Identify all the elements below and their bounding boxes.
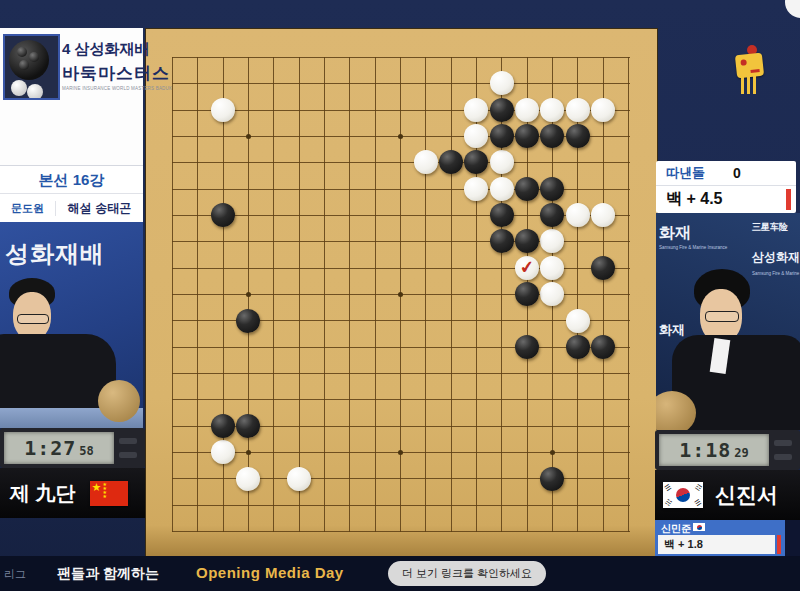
tournament-logo-card: 4 삼성화재배 바둑마스터스 MARINE INSURANCE WORLD MA… [0, 28, 143, 165]
score-row: 백 + 4.5 [656, 186, 796, 213]
stone-N17 [464, 98, 488, 122]
star-point [398, 134, 403, 139]
nameplate-left: 제 九단 ★ ★ ★ ★ ★ [0, 468, 145, 518]
star-point [398, 292, 403, 297]
go-bowls-photo [3, 34, 60, 100]
tournament-english-title: MARINE INSURANCE WORLD MASTERS BADUK [62, 86, 172, 91]
captures-value: 0 [733, 165, 741, 181]
korea-flag-icon: ☰ ☰ ☲ ☵ [663, 482, 703, 508]
stone-Q12 [540, 229, 564, 253]
stone-P14 [515, 177, 539, 201]
captures-label: 따낸돌 [666, 164, 705, 182]
league-text: 리그 [4, 567, 26, 582]
more-links-button[interactable]: 더 보기 링크를 확인하세요 [388, 561, 546, 586]
stone-C17 [211, 98, 235, 122]
sponsor-text: Samsung Fire & Marine Insurance [659, 245, 727, 250]
stone-S8 [591, 335, 615, 359]
player-left-glasses [17, 314, 49, 324]
star-point [550, 450, 555, 455]
stone-P11: ✔ [515, 256, 539, 280]
eval-source-name: 신민준 [661, 522, 691, 536]
taeguk-icon [676, 488, 690, 502]
stone-R9 [566, 309, 590, 333]
broadcast-frame: ✔ 4 삼성화재배 바둑마스터스 MARINE INSURANCE WORLD … [0, 0, 800, 591]
tournament-subtitle: 바둑마스터스 [62, 62, 170, 85]
stone-Q3 [540, 467, 564, 491]
stone-R13 [566, 203, 590, 227]
backdrop-banner-text: 성화재배 [5, 238, 105, 270]
stone-S11 [591, 256, 615, 280]
white-stone-icon [27, 84, 43, 100]
score-bar [786, 189, 791, 210]
stone-P8 [515, 335, 539, 359]
player-right-name: 신진서 [715, 481, 778, 509]
stone-O17 [490, 98, 514, 122]
star-point [246, 134, 251, 139]
wooden-bowl-icon [98, 380, 140, 422]
stone-O15 [490, 150, 514, 174]
clock-right-time: 1:18 [679, 438, 731, 462]
stone-M15 [439, 150, 463, 174]
stone-P16 [515, 124, 539, 148]
clock-right-display: 1:18 29 [659, 434, 769, 466]
stone-R17 [566, 98, 590, 122]
clock-button [119, 452, 137, 458]
stone-Q13 [540, 203, 564, 227]
lucky-charm-tassel-icon [741, 76, 759, 94]
stone-Q11 [540, 256, 564, 280]
stone-Q10 [540, 282, 564, 306]
stone-C13 [211, 203, 235, 227]
broadcaster-logo [785, 0, 800, 18]
commentator-name: 해설 송태곤 [56, 200, 143, 217]
star-point [246, 292, 251, 297]
stone-O13 [490, 203, 514, 227]
player-right-glasses [705, 311, 739, 322]
last-move-check-icon: ✔ [519, 258, 535, 277]
black-stone-bowl-icon [9, 40, 49, 80]
stone-O16 [490, 124, 514, 148]
lucky-charm-icon [735, 53, 764, 79]
bottom-ticker-bar: 리그 팬들과 함께하는 Opening Media Day 더 보기 링크를 확… [0, 556, 800, 591]
clock-left-time: 1:27 [24, 436, 76, 460]
stone-C4 [211, 440, 235, 464]
stone-O12 [490, 229, 514, 253]
eval-score-box: 백 + 1.8 [658, 535, 775, 554]
clock-right-seconds: 29 [734, 446, 748, 460]
stone-N15 [464, 150, 488, 174]
clock-button [119, 438, 137, 444]
player-camera-right: 화재 Samsung Fire & Marine Insurance 三星车险 … [656, 213, 800, 430]
eval-score-text: 백 + 1.8 [664, 537, 703, 552]
tournament-title: 4 삼성화재배 [62, 40, 150, 59]
clock-button [774, 440, 792, 446]
stone-N16 [464, 124, 488, 148]
sponsor-text: Samsung Fire & Marine Insurance [752, 271, 800, 276]
stone-D9 [236, 309, 260, 333]
stone-L15 [414, 150, 438, 174]
stone-C5 [211, 414, 235, 438]
stone-P10 [515, 282, 539, 306]
sponsor-text: 화재 [659, 321, 685, 339]
clock-button [774, 454, 792, 460]
game-clock-left: 1:27 58 [0, 428, 145, 468]
stone-P12 [515, 229, 539, 253]
stone-F3 [287, 467, 311, 491]
star-point [246, 450, 251, 455]
stone-R8 [566, 335, 590, 359]
eval-widget: 신민준 백 + 1.8 [655, 520, 800, 557]
china-flag-icon: ★ ★ ★ ★ ★ [90, 481, 128, 506]
eval-score-bar [777, 535, 781, 554]
sponsor-text: 三星车险 [752, 221, 788, 234]
nameplate-right: ☰ ☰ ☲ ☵ 신진서 [655, 470, 800, 520]
sponsor-text: 삼성화재 [752, 249, 800, 266]
stone-Q17 [540, 98, 564, 122]
stone-O18 [490, 71, 514, 95]
score-estimate: 백 + 4.5 [666, 189, 722, 210]
stone-R16 [566, 124, 590, 148]
stone-Q14 [540, 177, 564, 201]
go-board: ✔ [145, 28, 658, 557]
commentary-row: 문도원 해설 송태곤 [0, 193, 143, 223]
stone-O14 [490, 177, 514, 201]
captures-row: 따낸돌 0 [656, 161, 796, 186]
white-stone-icon [11, 80, 27, 96]
event-title: Opening Media Day [196, 564, 344, 581]
player-left-name: 제 九단 [10, 480, 76, 507]
stone-P17 [515, 98, 539, 122]
stone-S13 [591, 203, 615, 227]
stone-D3 [236, 467, 260, 491]
clock-left-seconds: 58 [79, 444, 93, 458]
clock-left-display: 1:27 58 [4, 432, 114, 464]
sponsor-text: 화재 [659, 223, 691, 244]
player-camera-left: 성화재배 중앙일보 주관 [0, 222, 143, 428]
stone-N14 [464, 177, 488, 201]
caster-name: 문도원 [0, 201, 56, 216]
korea-flag-small-icon [693, 523, 705, 531]
goban-grid: ✔ [172, 57, 630, 532]
star-point [398, 450, 403, 455]
score-card: 따낸돌 0 백 + 4.5 [656, 161, 796, 213]
round-label: 본선 16강 [0, 165, 143, 194]
fans-text: 팬들과 함께하는 [57, 565, 159, 583]
stone-D5 [236, 414, 260, 438]
stone-S17 [591, 98, 615, 122]
game-clock-right: 1:18 29 [655, 430, 800, 470]
stone-Q16 [540, 124, 564, 148]
